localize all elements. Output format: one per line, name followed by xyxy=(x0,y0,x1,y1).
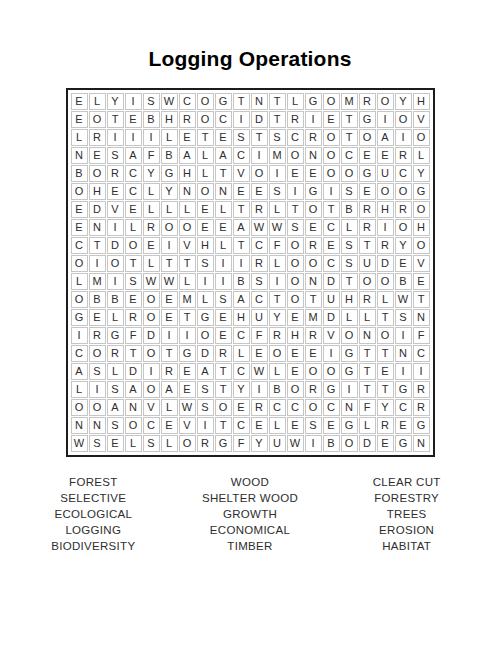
grid-cell-r10c5[interactable]: L xyxy=(143,255,160,272)
grid-cell-r1c2[interactable]: L xyxy=(89,93,106,110)
grid-cell-r14c13[interactable]: H xyxy=(287,327,304,344)
grid-cell-r15c17[interactable]: T xyxy=(359,345,376,362)
grid-cell-r8c3[interactable]: I xyxy=(107,219,124,236)
grid-cell-r16c8[interactable]: A xyxy=(197,363,214,380)
grid-cell-r18c2[interactable]: O xyxy=(89,399,106,416)
grid-cell-r11c11[interactable]: S xyxy=(251,273,268,290)
grid-cell-r16c6[interactable]: R xyxy=(161,363,178,380)
grid-cell-r6c1[interactable]: O xyxy=(71,183,88,200)
grid-cell-r18c8[interactable]: S xyxy=(197,399,214,416)
grid-cell-r12c8[interactable]: L xyxy=(197,291,214,308)
grid-cell-r20c2[interactable]: S xyxy=(89,435,106,452)
grid-cell-r19c16[interactable]: G xyxy=(341,417,358,434)
grid-cell-r19c1[interactable]: N xyxy=(71,417,88,434)
grid-cell-r4c18[interactable]: E xyxy=(377,147,394,164)
grid-cell-r9c9[interactable]: L xyxy=(215,237,232,254)
grid-cell-r10c7[interactable]: T xyxy=(179,255,196,272)
grid-cell-r12c14[interactable]: T xyxy=(305,291,322,308)
grid-cell-r9c1[interactable]: C xyxy=(71,237,88,254)
grid-cell-r7c7[interactable]: L xyxy=(179,201,196,218)
grid-cell-r14c9[interactable]: E xyxy=(215,327,232,344)
grid-cell-r16c20[interactable]: I xyxy=(413,363,430,380)
grid-cell-r6c11[interactable]: E xyxy=(251,183,268,200)
grid-cell-r13c16[interactable]: L xyxy=(341,309,358,326)
grid-cell-r9c8[interactable]: H xyxy=(197,237,214,254)
grid-cell-r6c20[interactable]: G xyxy=(413,183,430,200)
grid-cell-r2c6[interactable]: H xyxy=(161,111,178,128)
grid-cell-r8c9[interactable]: E xyxy=(215,219,232,236)
grid-cell-r13c15[interactable]: D xyxy=(323,309,340,326)
grid-cell-r13c13[interactable]: E xyxy=(287,309,304,326)
grid-cell-r20c4[interactable]: L xyxy=(125,435,142,452)
grid-cell-r1c8[interactable]: O xyxy=(197,93,214,110)
grid-cell-r17c9[interactable]: T xyxy=(215,381,232,398)
grid-cell-r14c12[interactable]: R xyxy=(269,327,286,344)
grid-cell-r5c16[interactable]: O xyxy=(341,165,358,182)
grid-cell-r14c6[interactable]: I xyxy=(161,327,178,344)
grid-cell-r17c6[interactable]: A xyxy=(161,381,178,398)
grid-cell-r3c6[interactable]: L xyxy=(161,129,178,146)
grid-cell-r12c13[interactable]: O xyxy=(287,291,304,308)
grid-cell-r17c18[interactable]: T xyxy=(377,381,394,398)
grid-cell-r20c5[interactable]: S xyxy=(143,435,160,452)
grid-cell-r16c7[interactable]: E xyxy=(179,363,196,380)
grid-cell-r9c3[interactable]: D xyxy=(107,237,124,254)
grid-cell-r9c20[interactable]: O xyxy=(413,237,430,254)
grid-cell-r19c10[interactable]: C xyxy=(233,417,250,434)
grid-cell-r3c9[interactable]: E xyxy=(215,129,232,146)
grid-cell-r5c12[interactable]: I xyxy=(269,165,286,182)
grid-cell-r16c14[interactable]: O xyxy=(305,363,322,380)
grid-cell-r15c9[interactable]: R xyxy=(215,345,232,362)
grid-cell-r20c8[interactable]: R xyxy=(197,435,214,452)
grid-cell-r17c14[interactable]: R xyxy=(305,381,322,398)
grid-cell-r18c9[interactable]: O xyxy=(215,399,232,416)
grid-cell-r6c16[interactable]: S xyxy=(341,183,358,200)
grid-cell-r10c4[interactable]: T xyxy=(125,255,142,272)
grid-cell-r19c4[interactable]: O xyxy=(125,417,142,434)
grid-cell-r7c17[interactable]: R xyxy=(359,201,376,218)
grid-cell-r10c16[interactable]: S xyxy=(341,255,358,272)
grid-cell-r11c17[interactable]: O xyxy=(359,273,376,290)
grid-cell-r20c19[interactable]: G xyxy=(395,435,412,452)
grid-cell-r2c18[interactable]: I xyxy=(377,111,394,128)
grid-cell-r15c2[interactable]: O xyxy=(89,345,106,362)
grid-cell-r11c3[interactable]: I xyxy=(107,273,124,290)
grid-cell-r14c7[interactable]: I xyxy=(179,327,196,344)
grid-cell-r14c11[interactable]: F xyxy=(251,327,268,344)
grid-cell-r3c10[interactable]: S xyxy=(233,129,250,146)
grid-cell-r20c3[interactable]: E xyxy=(107,435,124,452)
grid-cell-r19c14[interactable]: S xyxy=(305,417,322,434)
grid-cell-r7c14[interactable]: O xyxy=(305,201,322,218)
grid-cell-r4c7[interactable]: A xyxy=(179,147,196,164)
grid-cell-r6c14[interactable]: G xyxy=(305,183,322,200)
grid-cell-r19c9[interactable]: T xyxy=(215,417,232,434)
grid-cell-r4c3[interactable]: S xyxy=(107,147,124,164)
grid-cell-r20c1[interactable]: W xyxy=(71,435,88,452)
grid-cell-r2c13[interactable]: R xyxy=(287,111,304,128)
grid-cell-r14c14[interactable]: R xyxy=(305,327,322,344)
grid-cell-r11c1[interactable]: L xyxy=(71,273,88,290)
grid-cell-r11c4[interactable]: S xyxy=(125,273,142,290)
grid-cell-r10c6[interactable]: T xyxy=(161,255,178,272)
grid-cell-r3c4[interactable]: I xyxy=(125,129,142,146)
grid-cell-r14c15[interactable]: V xyxy=(323,327,340,344)
grid-cell-r4c16[interactable]: C xyxy=(341,147,358,164)
grid-cell-r6c7[interactable]: N xyxy=(179,183,196,200)
grid-cell-r10c10[interactable]: I xyxy=(233,255,250,272)
grid-cell-r11c6[interactable]: W xyxy=(161,273,178,290)
grid-cell-r2c8[interactable]: O xyxy=(197,111,214,128)
grid-cell-r1c15[interactable]: O xyxy=(323,93,340,110)
grid-cell-r1c14[interactable]: G xyxy=(305,93,322,110)
grid-cell-r12c5[interactable]: O xyxy=(143,291,160,308)
grid-cell-r7c3[interactable]: V xyxy=(107,201,124,218)
grid-cell-r8c6[interactable]: O xyxy=(161,219,178,236)
grid-cell-r1c3[interactable]: Y xyxy=(107,93,124,110)
grid-cell-r12c3[interactable]: B xyxy=(107,291,124,308)
grid-cell-r2c16[interactable]: T xyxy=(341,111,358,128)
grid-cell-r18c3[interactable]: A xyxy=(107,399,124,416)
grid-cell-r7c19[interactable]: R xyxy=(395,201,412,218)
grid-cell-r14c16[interactable]: O xyxy=(341,327,358,344)
grid-cell-r9c6[interactable]: I xyxy=(161,237,178,254)
grid-cell-r13c20[interactable]: N xyxy=(413,309,430,326)
grid-cell-r3c16[interactable]: T xyxy=(341,129,358,146)
grid-cell-r1c16[interactable]: M xyxy=(341,93,358,110)
grid-cell-r13c18[interactable]: T xyxy=(377,309,394,326)
grid-cell-r11c7[interactable]: L xyxy=(179,273,196,290)
grid-cell-r8c2[interactable]: N xyxy=(89,219,106,236)
grid-cell-r8c10[interactable]: A xyxy=(233,219,250,236)
grid-cell-r20c11[interactable]: Y xyxy=(251,435,268,452)
grid-cell-r7c9[interactable]: L xyxy=(215,201,232,218)
grid-cell-r17c16[interactable]: I xyxy=(341,381,358,398)
grid-cell-r15c7[interactable]: G xyxy=(179,345,196,362)
grid-cell-r16c5[interactable]: I xyxy=(143,363,160,380)
grid-cell-r17c17[interactable]: T xyxy=(359,381,376,398)
grid-cell-r19c6[interactable]: E xyxy=(161,417,178,434)
grid-cell-r11c8[interactable]: I xyxy=(197,273,214,290)
grid-cell-r4c13[interactable]: O xyxy=(287,147,304,164)
grid-cell-r10c18[interactable]: D xyxy=(377,255,394,272)
grid-cell-r7c10[interactable]: T xyxy=(233,201,250,218)
grid-cell-r5c9[interactable]: T xyxy=(215,165,232,182)
grid-cell-r7c5[interactable]: L xyxy=(143,201,160,218)
grid-cell-r15c16[interactable]: G xyxy=(341,345,358,362)
grid-cell-r20c6[interactable]: L xyxy=(161,435,178,452)
grid-cell-r6c10[interactable]: E xyxy=(233,183,250,200)
grid-cell-r14c4[interactable]: F xyxy=(125,327,142,344)
grid-cell-r3c1[interactable]: L xyxy=(71,129,88,146)
grid-cell-r4c1[interactable]: N xyxy=(71,147,88,164)
grid-cell-r6c19[interactable]: O xyxy=(395,183,412,200)
grid-cell-r16c3[interactable]: L xyxy=(107,363,124,380)
grid-cell-r5c7[interactable]: H xyxy=(179,165,196,182)
grid-cell-r10c15[interactable]: C xyxy=(323,255,340,272)
grid-cell-r1c5[interactable]: S xyxy=(143,93,160,110)
grid-cell-r18c19[interactable]: C xyxy=(395,399,412,416)
grid-cell-r5c17[interactable]: G xyxy=(359,165,376,182)
grid-cell-r17c12[interactable]: B xyxy=(269,381,286,398)
grid-cell-r2c7[interactable]: R xyxy=(179,111,196,128)
grid-cell-r9c13[interactable]: O xyxy=(287,237,304,254)
grid-cell-r20c17[interactable]: D xyxy=(359,435,376,452)
grid-cell-r6c13[interactable]: I xyxy=(287,183,304,200)
grid-cell-r19c11[interactable]: E xyxy=(251,417,268,434)
grid-cell-r3c15[interactable]: O xyxy=(323,129,340,146)
grid-cell-r17c8[interactable]: S xyxy=(197,381,214,398)
grid-cell-r14c19[interactable]: I xyxy=(395,327,412,344)
grid-cell-r4c17[interactable]: E xyxy=(359,147,376,164)
grid-cell-r11c5[interactable]: W xyxy=(143,273,160,290)
grid-cell-r7c8[interactable]: E xyxy=(197,201,214,218)
grid-cell-r16c10[interactable]: C xyxy=(233,363,250,380)
grid-cell-r4c14[interactable]: N xyxy=(305,147,322,164)
grid-cell-r10c12[interactable]: L xyxy=(269,255,286,272)
grid-cell-r9c4[interactable]: O xyxy=(125,237,142,254)
grid-cell-r2c11[interactable]: D xyxy=(251,111,268,128)
grid-cell-r2c3[interactable]: T xyxy=(107,111,124,128)
grid-cell-r7c20[interactable]: O xyxy=(413,201,430,218)
grid-cell-r18c17[interactable]: F xyxy=(359,399,376,416)
grid-cell-r14c1[interactable]: I xyxy=(71,327,88,344)
grid-cell-r8c13[interactable]: S xyxy=(287,219,304,236)
grid-cell-r20c9[interactable]: G xyxy=(215,435,232,452)
grid-cell-r19c19[interactable]: E xyxy=(395,417,412,434)
grid-cell-r4c8[interactable]: L xyxy=(197,147,214,164)
grid-cell-r15c18[interactable]: T xyxy=(377,345,394,362)
grid-cell-r5c15[interactable]: O xyxy=(323,165,340,182)
grid-cell-r8c12[interactable]: W xyxy=(269,219,286,236)
grid-cell-r8c4[interactable]: L xyxy=(125,219,142,236)
grid-cell-r19c12[interactable]: L xyxy=(269,417,286,434)
grid-cell-r7c2[interactable]: D xyxy=(89,201,106,218)
grid-cell-r1c10[interactable]: T xyxy=(233,93,250,110)
grid-cell-r14c5[interactable]: D xyxy=(143,327,160,344)
grid-cell-r14c8[interactable]: O xyxy=(197,327,214,344)
grid-cell-r10c1[interactable]: O xyxy=(71,255,88,272)
grid-cell-r13c19[interactable]: S xyxy=(395,309,412,326)
grid-cell-r1c19[interactable]: Y xyxy=(395,93,412,110)
grid-cell-r19c8[interactable]: I xyxy=(197,417,214,434)
grid-cell-r11c2[interactable]: M xyxy=(89,273,106,290)
grid-cell-r9c11[interactable]: C xyxy=(251,237,268,254)
grid-cell-r10c3[interactable]: O xyxy=(107,255,124,272)
grid-cell-r15c20[interactable]: C xyxy=(413,345,430,362)
grid-cell-r1c4[interactable]: I xyxy=(125,93,142,110)
grid-cell-r17c20[interactable]: R xyxy=(413,381,430,398)
grid-cell-r12c9[interactable]: S xyxy=(215,291,232,308)
grid-cell-r4c10[interactable]: C xyxy=(233,147,250,164)
grid-cell-r12c18[interactable]: L xyxy=(377,291,394,308)
grid-cell-r10c14[interactable]: O xyxy=(305,255,322,272)
grid-cell-r16c18[interactable]: E xyxy=(377,363,394,380)
grid-cell-r16c4[interactable]: D xyxy=(125,363,142,380)
grid-cell-r10c17[interactable]: U xyxy=(359,255,376,272)
grid-cell-r19c2[interactable]: N xyxy=(89,417,106,434)
grid-cell-r13c7[interactable]: T xyxy=(179,309,196,326)
grid-cell-r15c5[interactable]: O xyxy=(143,345,160,362)
grid-cell-r6c17[interactable]: E xyxy=(359,183,376,200)
grid-cell-r10c20[interactable]: V xyxy=(413,255,430,272)
grid-cell-r2c10[interactable]: I xyxy=(233,111,250,128)
grid-cell-r4c5[interactable]: F xyxy=(143,147,160,164)
grid-cell-r20c10[interactable]: F xyxy=(233,435,250,452)
grid-cell-r13c9[interactable]: E xyxy=(215,309,232,326)
grid-cell-r6c18[interactable]: O xyxy=(377,183,394,200)
grid-cell-r1c13[interactable]: L xyxy=(287,93,304,110)
grid-cell-r11c15[interactable]: D xyxy=(323,273,340,290)
grid-cell-r15c13[interactable]: E xyxy=(287,345,304,362)
grid-cell-r2c1[interactable]: E xyxy=(71,111,88,128)
grid-cell-r1c18[interactable]: O xyxy=(377,93,394,110)
grid-cell-r1c12[interactable]: T xyxy=(269,93,286,110)
grid-cell-r19c3[interactable]: S xyxy=(107,417,124,434)
grid-cell-r14c2[interactable]: R xyxy=(89,327,106,344)
grid-cell-r7c13[interactable]: T xyxy=(287,201,304,218)
grid-cell-r14c20[interactable]: F xyxy=(413,327,430,344)
grid-cell-r5c18[interactable]: U xyxy=(377,165,394,182)
grid-cell-r2c12[interactable]: T xyxy=(269,111,286,128)
grid-cell-r5c1[interactable]: B xyxy=(71,165,88,182)
grid-cell-r15c12[interactable]: O xyxy=(269,345,286,362)
grid-cell-r16c13[interactable]: E xyxy=(287,363,304,380)
grid-cell-r11c13[interactable]: O xyxy=(287,273,304,290)
grid-cell-r3c19[interactable]: I xyxy=(395,129,412,146)
grid-cell-r18c7[interactable]: W xyxy=(179,399,196,416)
grid-cell-r5c4[interactable]: C xyxy=(125,165,142,182)
grid-cell-r3c12[interactable]: S xyxy=(269,129,286,146)
grid-cell-r6c9[interactable]: N xyxy=(215,183,232,200)
grid-cell-r9c5[interactable]: E xyxy=(143,237,160,254)
grid-cell-r13c17[interactable]: L xyxy=(359,309,376,326)
grid-cell-r8c20[interactable]: H xyxy=(413,219,430,236)
grid-cell-r19c15[interactable]: E xyxy=(323,417,340,434)
grid-cell-r17c15[interactable]: G xyxy=(323,381,340,398)
grid-cell-r5c19[interactable]: C xyxy=(395,165,412,182)
grid-cell-r5c14[interactable]: E xyxy=(305,165,322,182)
grid-cell-r12c16[interactable]: H xyxy=(341,291,358,308)
grid-cell-r10c11[interactable]: R xyxy=(251,255,268,272)
grid-cell-r10c19[interactable]: E xyxy=(395,255,412,272)
grid-cell-r3c11[interactable]: T xyxy=(251,129,268,146)
grid-cell-r5c3[interactable]: R xyxy=(107,165,124,182)
grid-cell-r8c8[interactable]: E xyxy=(197,219,214,236)
grid-cell-r13c4[interactable]: R xyxy=(125,309,142,326)
grid-cell-r18c14[interactable]: O xyxy=(305,399,322,416)
grid-cell-r11c16[interactable]: T xyxy=(341,273,358,290)
grid-cell-r12c4[interactable]: E xyxy=(125,291,142,308)
grid-cell-r2c5[interactable]: B xyxy=(143,111,160,128)
grid-cell-r7c12[interactable]: L xyxy=(269,201,286,218)
grid-cell-r18c20[interactable]: R xyxy=(413,399,430,416)
grid-cell-r15c3[interactable]: R xyxy=(107,345,124,362)
grid-cell-r9c19[interactable]: Y xyxy=(395,237,412,254)
grid-cell-r17c10[interactable]: Y xyxy=(233,381,250,398)
grid-cell-r4c15[interactable]: O xyxy=(323,147,340,164)
grid-cell-r9c2[interactable]: T xyxy=(89,237,106,254)
grid-cell-r9c10[interactable]: T xyxy=(233,237,250,254)
grid-cell-r18c18[interactable]: Y xyxy=(377,399,394,416)
grid-cell-r17c3[interactable]: S xyxy=(107,381,124,398)
grid-cell-r15c8[interactable]: D xyxy=(197,345,214,362)
grid-cell-r16c9[interactable]: T xyxy=(215,363,232,380)
grid-cell-r13c5[interactable]: O xyxy=(143,309,160,326)
grid-cell-r19c5[interactable]: C xyxy=(143,417,160,434)
grid-cell-r7c18[interactable]: H xyxy=(377,201,394,218)
grid-cell-r6c2[interactable]: H xyxy=(89,183,106,200)
grid-cell-r5c11[interactable]: O xyxy=(251,165,268,182)
grid-cell-r3c13[interactable]: C xyxy=(287,129,304,146)
grid-cell-r16c16[interactable]: G xyxy=(341,363,358,380)
grid-cell-r14c17[interactable]: N xyxy=(359,327,376,344)
grid-cell-r20c12[interactable]: U xyxy=(269,435,286,452)
grid-cell-r3c17[interactable]: O xyxy=(359,129,376,146)
grid-cell-r15c1[interactable]: C xyxy=(71,345,88,362)
grid-cell-r13c11[interactable]: U xyxy=(251,309,268,326)
grid-cell-r5c13[interactable]: E xyxy=(287,165,304,182)
grid-cell-r4c9[interactable]: A xyxy=(215,147,232,164)
grid-cell-r12c20[interactable]: T xyxy=(413,291,430,308)
grid-cell-r13c12[interactable]: Y xyxy=(269,309,286,326)
grid-cell-r3c8[interactable]: T xyxy=(197,129,214,146)
grid-cell-r17c2[interactable]: I xyxy=(89,381,106,398)
grid-cell-r6c4[interactable]: C xyxy=(125,183,142,200)
grid-cell-r19c20[interactable]: G xyxy=(413,417,430,434)
grid-cell-r6c3[interactable]: E xyxy=(107,183,124,200)
grid-cell-r3c7[interactable]: E xyxy=(179,129,196,146)
grid-cell-r16c2[interactable]: S xyxy=(89,363,106,380)
grid-cell-r3c5[interactable]: I xyxy=(143,129,160,146)
grid-cell-r7c16[interactable]: B xyxy=(341,201,358,218)
grid-cell-r16c12[interactable]: L xyxy=(269,363,286,380)
grid-cell-r2c9[interactable]: C xyxy=(215,111,232,128)
grid-cell-r8c19[interactable]: O xyxy=(395,219,412,236)
grid-cell-r13c6[interactable]: E xyxy=(161,309,178,326)
grid-cell-r12c1[interactable]: O xyxy=(71,291,88,308)
grid-cell-r7c1[interactable]: E xyxy=(71,201,88,218)
grid-cell-r16c17[interactable]: T xyxy=(359,363,376,380)
grid-cell-r6c8[interactable]: O xyxy=(197,183,214,200)
grid-cell-r15c6[interactable]: T xyxy=(161,345,178,362)
grid-cell-r14c3[interactable]: G xyxy=(107,327,124,344)
grid-cell-r19c13[interactable]: E xyxy=(287,417,304,434)
grid-cell-r18c12[interactable]: C xyxy=(269,399,286,416)
grid-cell-r20c7[interactable]: O xyxy=(179,435,196,452)
grid-cell-r5c6[interactable]: G xyxy=(161,165,178,182)
grid-cell-r9c14[interactable]: R xyxy=(305,237,322,254)
grid-cell-r17c13[interactable]: O xyxy=(287,381,304,398)
grid-cell-r17c1[interactable]: L xyxy=(71,381,88,398)
grid-cell-r5c2[interactable]: O xyxy=(89,165,106,182)
grid-cell-r2c20[interactable]: V xyxy=(413,111,430,128)
grid-cell-r13c8[interactable]: G xyxy=(197,309,214,326)
grid-cell-r2c14[interactable]: I xyxy=(305,111,322,128)
grid-cell-r6c15[interactable]: I xyxy=(323,183,340,200)
grid-cell-r16c19[interactable]: I xyxy=(395,363,412,380)
grid-cell-r11c19[interactable]: B xyxy=(395,273,412,290)
grid-cell-r1c11[interactable]: N xyxy=(251,93,268,110)
grid-cell-r5c8[interactable]: L xyxy=(197,165,214,182)
grid-cell-r11c12[interactable]: I xyxy=(269,273,286,290)
grid-cell-r4c19[interactable]: R xyxy=(395,147,412,164)
grid-cell-r1c7[interactable]: C xyxy=(179,93,196,110)
grid-cell-r6c12[interactable]: S xyxy=(269,183,286,200)
grid-cell-r3c20[interactable]: O xyxy=(413,129,430,146)
grid-cell-r15c11[interactable]: E xyxy=(251,345,268,362)
